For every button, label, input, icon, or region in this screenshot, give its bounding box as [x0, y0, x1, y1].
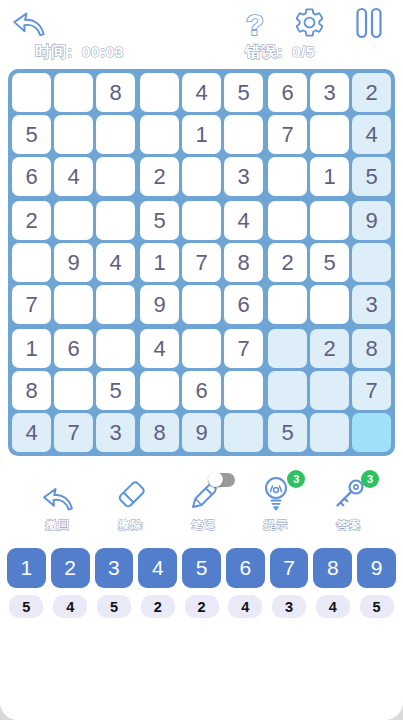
back-arrow-icon — [10, 7, 48, 43]
numpad-count-7: 3 — [272, 595, 306, 618]
numpad-column-3: 35 — [95, 548, 134, 618]
numpad-button-9[interactable]: 9 — [357, 548, 396, 588]
numpad: 152435425264738495 — [0, 548, 403, 618]
sudoku-cell-r4c9[interactable]: 9 — [352, 201, 391, 240]
sudoku-cell-r5c2[interactable]: 9 — [54, 243, 93, 282]
sudoku-cell-r9c2[interactable]: 7 — [54, 413, 93, 452]
hint-badge: 3 — [287, 470, 305, 488]
sudoku-cell-r1c1[interactable] — [12, 73, 51, 112]
sudoku-cell-r1c8[interactable]: 3 — [310, 73, 349, 112]
sudoku-cell-r2c7[interactable]: 7 — [268, 115, 307, 154]
sudoku-cell-r4c5[interactable] — [182, 201, 221, 240]
sudoku-cell-r9c8[interactable] — [310, 413, 349, 452]
sudoku-cell-r3c8[interactable]: 1 — [310, 157, 349, 196]
eraser-icon — [113, 477, 149, 517]
numpad-column-8: 84 — [313, 548, 352, 618]
settings-button[interactable] — [293, 6, 326, 43]
numpad-column-5: 52 — [182, 548, 221, 618]
errors-value: 0/5 — [292, 43, 315, 61]
sudoku-cell-r8c1[interactable]: 8 — [12, 371, 51, 410]
sudoku-cell-r9c6[interactable] — [224, 413, 263, 452]
pause-icon — [355, 7, 383, 43]
sudoku-cell-r3c4[interactable]: 2 — [140, 157, 179, 196]
sudoku-cell-r1c3[interactable]: 8 — [96, 73, 135, 112]
numpad-count-8: 4 — [316, 595, 350, 618]
sudoku-box-5: 5417896 — [140, 201, 263, 324]
sudoku-cell-r4c2[interactable] — [54, 201, 93, 240]
sudoku-box-7: 1685473 — [12, 329, 135, 452]
numpad-column-6: 64 — [226, 548, 265, 618]
sudoku-cell-r2c9[interactable]: 4 — [352, 115, 391, 154]
sudoku-cell-r2c3[interactable] — [96, 115, 135, 154]
sudoku-box-6: 9253 — [268, 201, 391, 324]
sudoku-cell-r2c6[interactable] — [224, 115, 263, 154]
sudoku-cell-r8c4[interactable] — [140, 371, 179, 410]
sudoku-cell-r9c3[interactable]: 3 — [96, 413, 135, 452]
sudoku-cell-r2c5[interactable]: 1 — [182, 115, 221, 154]
sudoku-cell-r9c4[interactable]: 8 — [140, 413, 179, 452]
answer-badge: 3 — [361, 470, 379, 488]
sudoku-cell-r6c6[interactable]: 6 — [224, 285, 263, 324]
sudoku-cell-r5c7[interactable]: 2 — [268, 243, 307, 282]
sudoku-cell-r3c7[interactable] — [268, 157, 307, 196]
sudoku-cell-r8c6[interactable] — [224, 371, 263, 410]
undo-label: 撤回 — [46, 518, 71, 533]
sudoku-cell-r7c6[interactable]: 7 — [224, 329, 263, 368]
sudoku-cell-r9c5[interactable]: 9 — [182, 413, 221, 452]
sudoku-cell-r8c8[interactable] — [310, 371, 349, 410]
answer-label: 答案 — [337, 518, 362, 533]
sudoku-box-3: 6327415 — [268, 73, 391, 196]
sudoku-cell-r7c8[interactable]: 2 — [310, 329, 349, 368]
toolbar: 撤回 擦除 — [0, 477, 403, 533]
numpad-column-7: 73 — [270, 548, 309, 618]
sudoku-box-8: 47689 — [140, 329, 263, 452]
sudoku-cell-r4c4[interactable]: 5 — [140, 201, 179, 240]
undo-button[interactable]: 撤回 — [30, 477, 86, 533]
sudoku-cell-r6c5[interactable] — [182, 285, 221, 324]
sudoku-cell-r4c6[interactable]: 4 — [224, 201, 263, 240]
numpad-count-9: 5 — [360, 595, 394, 618]
time-value: 00:03 — [82, 43, 124, 61]
numpad-column-4: 42 — [138, 548, 177, 618]
notes-toggle-knob — [208, 472, 223, 487]
sudoku-cell-r8c3[interactable]: 5 — [96, 371, 135, 410]
numpad-button-3[interactable]: 3 — [95, 548, 134, 588]
sudoku-cell-r3c9[interactable]: 5 — [352, 157, 391, 196]
sudoku-cell-r7c4[interactable]: 4 — [140, 329, 179, 368]
sudoku-cell-r8c5[interactable]: 6 — [182, 371, 221, 410]
sudoku-cell-r9c1[interactable]: 4 — [12, 413, 51, 452]
timer: 时间: 00:03 — [35, 42, 124, 63]
sudoku-cell-r3c1[interactable]: 6 — [12, 157, 51, 196]
sudoku-cell-r6c8[interactable] — [310, 285, 349, 324]
answer-button[interactable]: 3 答案 — [321, 477, 377, 533]
numpad-count-6: 4 — [228, 595, 262, 618]
sudoku-cell-r6c7[interactable] — [268, 285, 307, 324]
sudoku-cell-r3c5[interactable] — [182, 157, 221, 196]
sudoku-cell-r1c9[interactable]: 2 — [352, 73, 391, 112]
numpad-button-8[interactable]: 8 — [313, 548, 352, 588]
sudoku-cell-r2c1[interactable]: 5 — [12, 115, 51, 154]
sudoku-cell-r5c6[interactable]: 8 — [224, 243, 263, 282]
sudoku-cell-r6c1[interactable]: 7 — [12, 285, 51, 324]
sudoku-cell-r1c5[interactable]: 4 — [182, 73, 221, 112]
back-button[interactable] — [10, 7, 48, 43]
stats-row: 时间: 00:03 错误: 0/5 — [0, 40, 403, 62]
sudoku-cell-r4c1[interactable]: 2 — [12, 201, 51, 240]
numpad-count-4: 2 — [141, 595, 175, 618]
header-bar: ? — [0, 0, 403, 40]
numpad-button-7[interactable]: 7 — [270, 548, 309, 588]
sudoku-cell-r6c3[interactable] — [96, 285, 135, 324]
sudoku-cell-r6c9[interactable]: 3 — [352, 285, 391, 324]
numpad-button-5[interactable]: 5 — [182, 548, 221, 588]
sudoku-cell-r5c5[interactable]: 7 — [182, 243, 221, 282]
sudoku-cell-r9c9[interactable] — [352, 413, 391, 452]
numpad-count-3: 5 — [97, 595, 131, 618]
erase-label: 擦除 — [118, 518, 143, 533]
app-screen: ? 时间: 00:03 错误: 0/5 — [0, 0, 403, 720]
sudoku-cell-r5c9[interactable] — [352, 243, 391, 282]
numpad-count-5: 2 — [185, 595, 219, 618]
notes-label: 笔记 — [191, 518, 216, 533]
sudoku-cell-r2c8[interactable] — [310, 115, 349, 154]
numpad-column-1: 15 — [7, 548, 46, 618]
sudoku-cell-r3c2[interactable]: 4 — [54, 157, 93, 196]
notes-button[interactable]: 笔记 — [176, 477, 232, 533]
sudoku-cell-r1c4[interactable] — [140, 73, 179, 112]
hint-label: 提示 — [264, 518, 289, 533]
time-label: 时间: — [35, 42, 73, 63]
numpad-column-9: 95 — [357, 548, 396, 618]
sudoku-cell-r4c8[interactable] — [310, 201, 349, 240]
sudoku-cell-r8c2[interactable] — [54, 371, 93, 410]
numpad-button-6[interactable]: 6 — [226, 548, 265, 588]
sudoku-cell-r4c7[interactable] — [268, 201, 307, 240]
sudoku-cell-r8c7[interactable] — [268, 371, 307, 410]
numpad-count-1: 5 — [9, 595, 43, 618]
erase-button[interactable]: 擦除 — [103, 477, 159, 533]
sudoku-cell-r7c7[interactable] — [268, 329, 307, 368]
sudoku-cell-r1c7[interactable]: 6 — [268, 73, 307, 112]
help-button[interactable]: ? — [246, 10, 264, 40]
sudoku-cell-r4c3[interactable] — [96, 201, 135, 240]
numpad-button-4[interactable]: 4 — [138, 548, 177, 588]
sudoku-cell-r5c8[interactable]: 5 — [310, 243, 349, 282]
sudoku-cell-r7c1[interactable]: 1 — [12, 329, 51, 368]
sudoku-cell-r6c2[interactable] — [54, 285, 93, 324]
numpad-button-1[interactable]: 1 — [7, 548, 46, 588]
sudoku-box-2: 45123 — [140, 73, 263, 196]
sudoku-cell-r7c5[interactable] — [182, 329, 221, 368]
sudoku-cell-r1c6[interactable]: 5 — [224, 73, 263, 112]
hint-button[interactable]: 3 提示 — [248, 477, 304, 533]
sudoku-cell-r5c1[interactable] — [12, 243, 51, 282]
sudoku-cell-r5c4[interactable]: 1 — [140, 243, 179, 282]
sudoku-cell-r9c7[interactable]: 5 — [268, 413, 307, 452]
notes-toggle[interactable] — [208, 473, 235, 487]
sudoku-box-4: 2947 — [12, 201, 135, 324]
sudoku-cell-r6c4[interactable]: 9 — [140, 285, 179, 324]
sudoku-cell-r3c6[interactable]: 3 — [224, 157, 263, 196]
sudoku-cell-r3c3[interactable] — [96, 157, 135, 196]
sudoku-cell-r5c3[interactable]: 4 — [96, 243, 135, 282]
numpad-button-2[interactable]: 2 — [51, 548, 90, 588]
sudoku-cell-r8c9[interactable]: 7 — [352, 371, 391, 410]
sudoku-cell-r7c9[interactable]: 8 — [352, 329, 391, 368]
sudoku-board: 8564451236327415294754178969253168547347… — [8, 69, 395, 456]
numpad-count-2: 4 — [53, 595, 87, 618]
pause-button[interactable] — [355, 7, 383, 43]
sudoku-cell-r7c2[interactable]: 6 — [54, 329, 93, 368]
sudoku-cell-r7c3[interactable] — [96, 329, 135, 368]
undo-icon — [40, 483, 76, 517]
numpad-column-2: 24 — [51, 548, 90, 618]
question-mark-icon: ? — [246, 10, 264, 40]
sudoku-cell-r2c2[interactable] — [54, 115, 93, 154]
sudoku-cell-r2c4[interactable] — [140, 115, 179, 154]
gear-icon — [293, 6, 326, 43]
error-counter: 错误: 0/5 — [245, 42, 315, 63]
sudoku-box-9: 2875 — [268, 329, 391, 452]
sudoku-box-1: 8564 — [12, 73, 135, 196]
errors-label: 错误: — [245, 42, 283, 63]
sudoku-cell-r1c2[interactable] — [54, 73, 93, 112]
